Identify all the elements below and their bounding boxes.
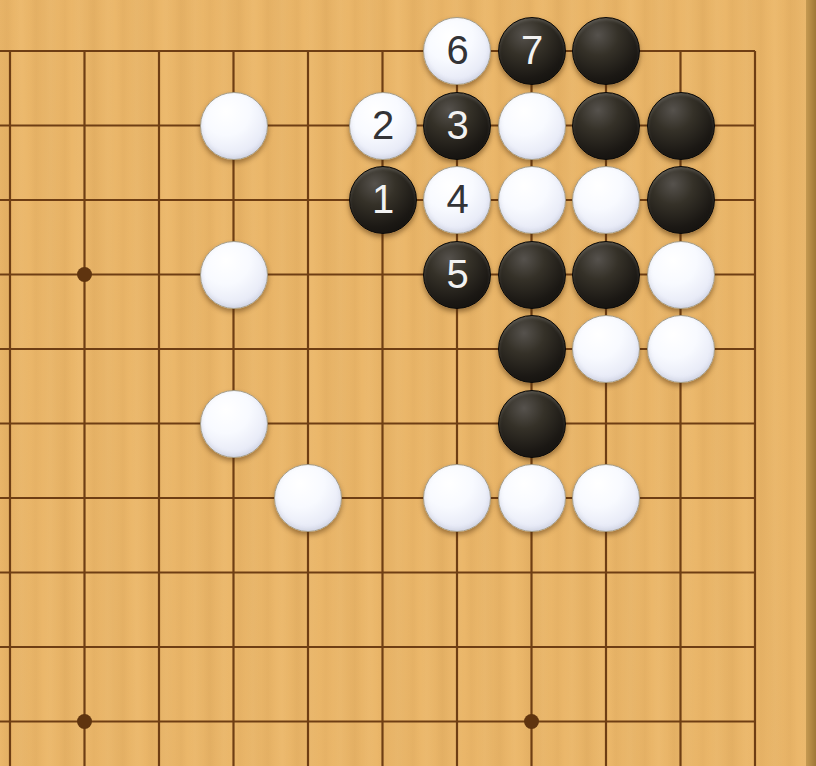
move-number-label: 7: [521, 30, 542, 70]
stone-white: [572, 166, 640, 234]
stone-white: [572, 464, 640, 532]
move-number-label: 5: [446, 254, 467, 294]
move-number-label: 2: [372, 105, 393, 145]
go-board-screenshot: 6723145: [0, 0, 816, 766]
stone-black: 3: [423, 92, 491, 160]
stone-white: [274, 464, 342, 532]
stone-white: [647, 315, 715, 383]
stone-black: [647, 92, 715, 160]
star-point: [77, 267, 92, 282]
move-number-label: 3: [446, 105, 467, 145]
stone-black: [572, 241, 640, 309]
stone-black: 7: [498, 17, 566, 85]
stone-white: [200, 390, 268, 458]
stone-white: [498, 92, 566, 160]
stone-white: [647, 241, 715, 309]
stone-white: [423, 464, 491, 532]
go-board[interactable]: 6723145: [0, 0, 816, 766]
stone-black: [498, 315, 566, 383]
stone-white: [572, 315, 640, 383]
stone-white: 2: [349, 92, 417, 160]
stone-black: [572, 17, 640, 85]
move-number-label: 6: [446, 30, 467, 70]
stone-white: [498, 464, 566, 532]
move-number-label: 4: [446, 179, 467, 219]
stone-white: [200, 241, 268, 309]
stone-black: [498, 390, 566, 458]
stone-white: 6: [423, 17, 491, 85]
move-number-label: 1: [372, 179, 393, 219]
stone-black: 5: [423, 241, 491, 309]
stone-white: [498, 166, 566, 234]
stone-black: [572, 92, 640, 160]
star-point: [77, 714, 92, 729]
stone-black: [498, 241, 566, 309]
stone-white: [200, 92, 268, 160]
stone-black: [647, 166, 715, 234]
stone-white: 4: [423, 166, 491, 234]
stone-black: 1: [349, 166, 417, 234]
board-right-edge: [806, 0, 816, 766]
star-point: [524, 714, 539, 729]
